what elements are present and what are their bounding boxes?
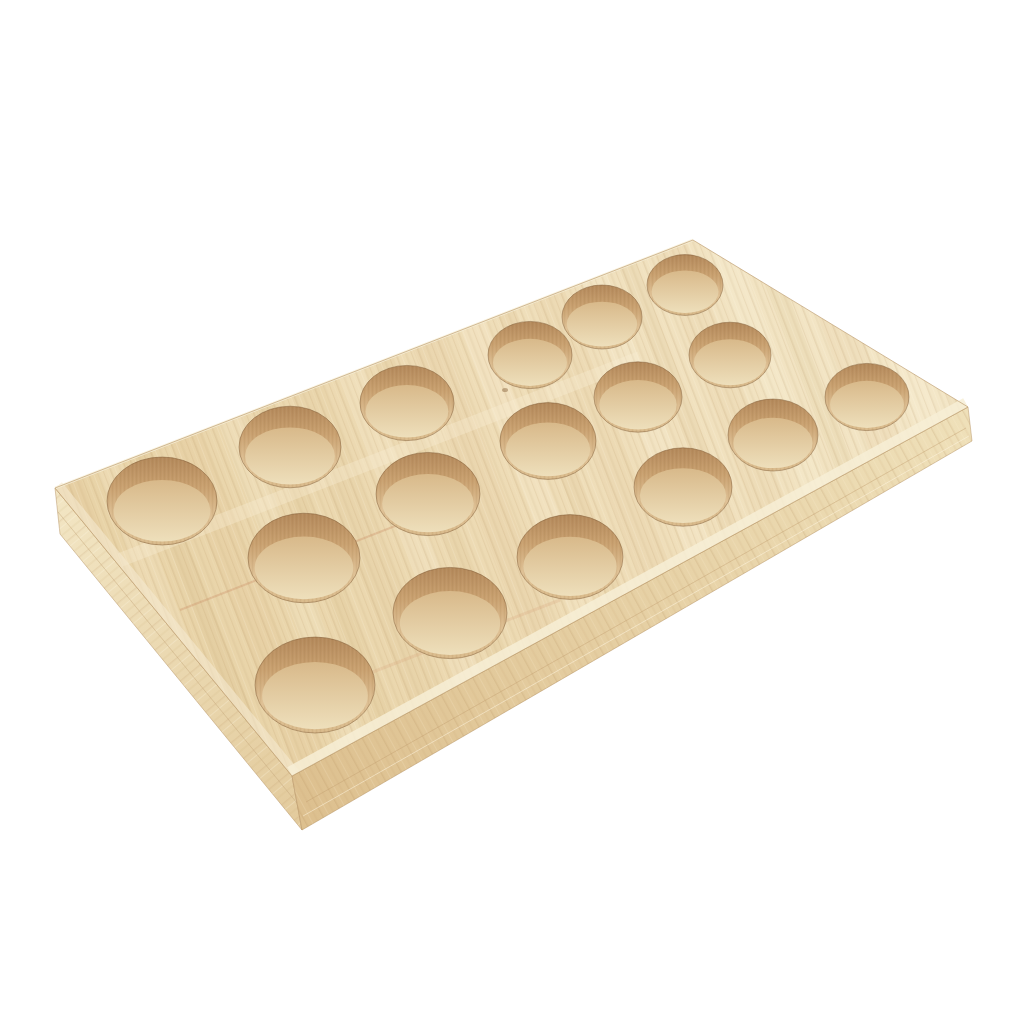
pit-middle-2[interactable]	[594, 362, 682, 432]
pit-near-1[interactable]	[825, 363, 909, 430]
pit-near-3[interactable]	[634, 448, 732, 526]
pit-near-6[interactable]	[255, 637, 375, 733]
pit-near-4[interactable]	[517, 515, 623, 600]
pit-far-5[interactable]	[239, 406, 341, 488]
pit-middle-4[interactable]	[376, 452, 480, 535]
pit-far-4[interactable]	[360, 365, 454, 440]
knot-mark	[502, 388, 508, 392]
product-photo	[0, 0, 1024, 1024]
pit-middle-3[interactable]	[500, 403, 596, 480]
pit-near-5[interactable]	[393, 567, 507, 658]
pit-far-6[interactable]	[107, 457, 217, 545]
pit-near-2[interactable]	[728, 399, 818, 471]
pit-middle-5[interactable]	[248, 513, 360, 603]
wooden-tray-board	[0, 0, 1024, 1024]
pit-far-2[interactable]	[562, 285, 642, 349]
pit-far-3[interactable]	[488, 321, 572, 388]
pit-far-1[interactable]	[647, 255, 723, 316]
pit-middle-1[interactable]	[689, 322, 771, 388]
